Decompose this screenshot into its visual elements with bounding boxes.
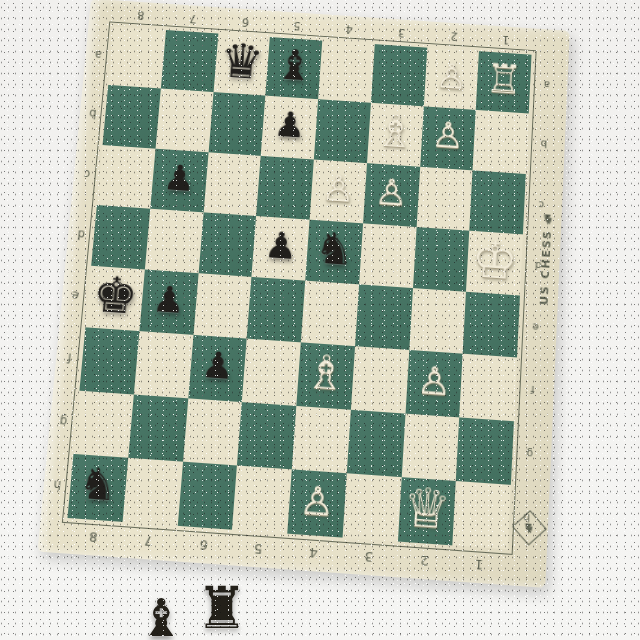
coord-label-4: 4 bbox=[322, 16, 376, 42]
coord-label-6: 6 bbox=[218, 9, 272, 35]
square-h6[interactable] bbox=[177, 461, 237, 529]
square-e7[interactable]: ♟ bbox=[139, 269, 198, 335]
square-a6[interactable]: ♛ bbox=[213, 34, 270, 96]
chess-board: 87654321 87654321 abcdefgh abcdefgh ♛♝♙♖… bbox=[37, 0, 569, 588]
square-a5[interactable]: ♝ bbox=[266, 37, 323, 99]
square-b3[interactable]: ♗ bbox=[367, 103, 424, 166]
coord-label-4: 4 bbox=[285, 536, 342, 571]
us-chess-knight-icon: ♞ bbox=[541, 212, 554, 228]
coord-label-8: 8 bbox=[64, 520, 122, 555]
square-d3[interactable] bbox=[359, 223, 416, 288]
coord-label-3: 3 bbox=[375, 20, 429, 46]
black-pawn-c7[interactable]: ♟ bbox=[162, 159, 197, 196]
square-g6[interactable] bbox=[183, 398, 242, 465]
coord-label-8: 8 bbox=[114, 2, 168, 28]
square-c2[interactable] bbox=[416, 166, 473, 230]
coord-label-g: g bbox=[515, 421, 544, 487]
coord-label-1: 1 bbox=[451, 548, 508, 583]
white-pawn-f2[interactable]: ♙ bbox=[416, 361, 453, 402]
coord-label-b: b bbox=[530, 114, 558, 176]
black-pawn-e7[interactable]: ♟ bbox=[151, 281, 186, 319]
square-d8[interactable] bbox=[91, 205, 150, 270]
square-d4[interactable]: ♞ bbox=[305, 219, 363, 284]
square-b7[interactable] bbox=[155, 89, 213, 152]
square-a8[interactable] bbox=[108, 26, 166, 88]
square-h7[interactable] bbox=[122, 458, 182, 526]
coord-label-5: 5 bbox=[270, 13, 324, 39]
coord-label-6: 6 bbox=[174, 528, 232, 563]
black-queen-a6[interactable]: ♛ bbox=[218, 37, 265, 87]
square-d6[interactable] bbox=[198, 212, 256, 277]
white-pawn-c3[interactable]: ♙ bbox=[374, 173, 409, 211]
square-f4[interactable]: ♗ bbox=[296, 343, 354, 410]
square-e2[interactable] bbox=[409, 288, 466, 354]
white-rook-a1[interactable]: ♖ bbox=[485, 59, 524, 101]
us-chess-brand-text: US CHESS bbox=[537, 229, 553, 306]
square-g8[interactable] bbox=[73, 390, 133, 457]
board-grid: ♛♝♙♖♟♗♙♟♙♙♟♞♔♚♟♟♗♙♞♙♕ bbox=[67, 26, 531, 549]
captured-black-piece-2: ♜ bbox=[196, 574, 248, 640]
square-a3[interactable] bbox=[371, 44, 427, 106]
square-g5[interactable] bbox=[237, 402, 296, 469]
square-f6[interactable]: ♟ bbox=[188, 335, 247, 402]
square-d7[interactable] bbox=[145, 208, 204, 273]
white-pawn-a2[interactable]: ♙ bbox=[435, 59, 468, 95]
coord-label-2: 2 bbox=[427, 23, 481, 49]
coord-label-1: 1 bbox=[479, 27, 532, 53]
square-d2[interactable] bbox=[413, 227, 470, 292]
square-g7[interactable] bbox=[128, 394, 188, 461]
square-e8[interactable]: ♚ bbox=[85, 266, 144, 332]
coord-label-5: 5 bbox=[230, 532, 287, 567]
square-b4[interactable] bbox=[314, 99, 371, 162]
square-h2[interactable]: ♕ bbox=[397, 477, 456, 546]
square-b8[interactable] bbox=[103, 85, 161, 148]
square-c5[interactable] bbox=[256, 155, 314, 219]
white-bishop-f4[interactable]: ♗ bbox=[303, 348, 348, 397]
square-e4[interactable] bbox=[301, 281, 359, 347]
square-g1[interactable] bbox=[456, 417, 514, 485]
square-c1[interactable] bbox=[470, 170, 526, 234]
square-e6[interactable] bbox=[193, 273, 252, 339]
square-b2[interactable]: ♙ bbox=[420, 107, 476, 170]
square-h8[interactable]: ♞ bbox=[67, 454, 128, 522]
square-b1[interactable] bbox=[473, 110, 529, 173]
square-f8[interactable] bbox=[79, 328, 139, 394]
square-a4[interactable] bbox=[318, 41, 374, 103]
square-e3[interactable] bbox=[355, 284, 413, 350]
knight-logo-icon: ♞ bbox=[523, 520, 536, 536]
square-h4[interactable]: ♙ bbox=[287, 469, 346, 537]
square-c8[interactable] bbox=[97, 145, 155, 209]
black-king-e8[interactable]: ♚ bbox=[91, 269, 140, 322]
square-e5[interactable] bbox=[247, 277, 305, 343]
square-c3[interactable]: ♙ bbox=[363, 163, 420, 227]
square-h5[interactable] bbox=[232, 465, 292, 533]
square-b5[interactable]: ♟ bbox=[261, 96, 318, 159]
white-king-d1[interactable]: ♔ bbox=[470, 233, 519, 287]
square-h1[interactable] bbox=[453, 481, 511, 550]
black-knight-d4[interactable]: ♞ bbox=[313, 226, 355, 272]
square-d1[interactable]: ♔ bbox=[466, 230, 523, 295]
square-c4[interactable]: ♙ bbox=[310, 159, 367, 223]
white-pawn-h4[interactable]: ♙ bbox=[298, 480, 335, 522]
white-bishop-b3[interactable]: ♗ bbox=[374, 109, 417, 156]
coord-label-a: a bbox=[533, 55, 561, 116]
square-e1[interactable] bbox=[463, 292, 520, 358]
square-f5[interactable] bbox=[242, 339, 301, 406]
square-g4[interactable] bbox=[292, 405, 351, 473]
black-bishop-a5[interactable]: ♝ bbox=[273, 44, 315, 88]
coord-label-2: 2 bbox=[395, 544, 452, 579]
coord-label-7: 7 bbox=[166, 6, 220, 32]
black-knight-h8[interactable]: ♞ bbox=[77, 462, 119, 508]
captured-black-piece-1: ♝ bbox=[138, 588, 185, 640]
square-f1[interactable] bbox=[459, 354, 516, 421]
white-pawn-b2[interactable]: ♙ bbox=[431, 117, 466, 155]
square-f2[interactable]: ♙ bbox=[405, 350, 463, 417]
coord-label-7: 7 bbox=[119, 524, 177, 559]
white-pawn-c4[interactable]: ♙ bbox=[321, 170, 356, 208]
black-pawn-b5[interactable]: ♟ bbox=[273, 107, 307, 144]
square-d5[interactable]: ♟ bbox=[252, 216, 310, 281]
coord-label-f: f bbox=[518, 358, 547, 423]
coord-label-3: 3 bbox=[340, 540, 397, 575]
square-g2[interactable] bbox=[401, 413, 459, 481]
square-h3[interactable] bbox=[342, 473, 401, 542]
square-b6[interactable] bbox=[208, 92, 265, 155]
us-chess-branding: ♞ US CHESS bbox=[532, 211, 560, 306]
square-a2[interactable]: ♙ bbox=[423, 48, 479, 111]
square-c7[interactable]: ♟ bbox=[150, 148, 208, 212]
square-c6[interactable] bbox=[203, 152, 261, 216]
square-f3[interactable] bbox=[351, 346, 409, 413]
square-f7[interactable] bbox=[134, 331, 193, 397]
white-queen-h2[interactable]: ♕ bbox=[402, 479, 453, 536]
black-pawn-f6[interactable]: ♟ bbox=[200, 347, 235, 386]
square-g3[interactable] bbox=[347, 409, 406, 477]
black-pawn-d5[interactable]: ♟ bbox=[263, 227, 299, 266]
square-a7[interactable] bbox=[161, 30, 218, 92]
square-a1[interactable]: ♖ bbox=[476, 51, 532, 114]
